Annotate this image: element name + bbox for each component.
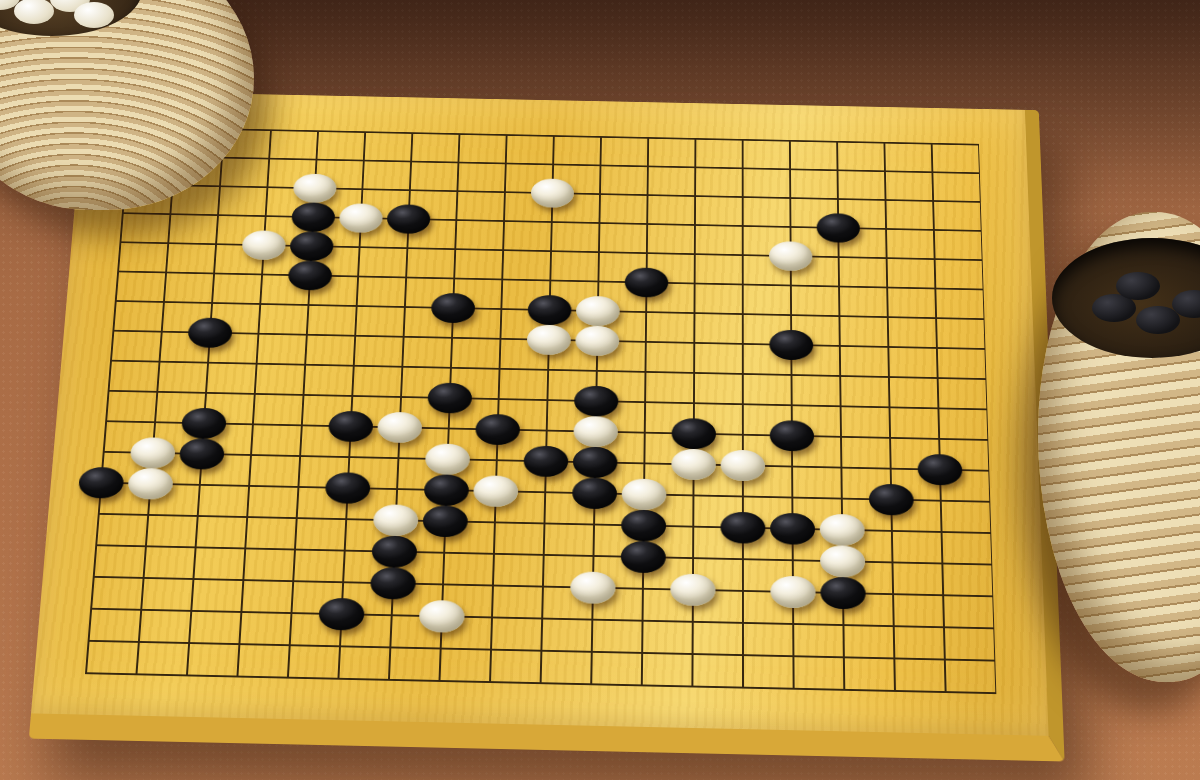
- board-cell[interactable]: [180, 377, 231, 408]
- board-cell[interactable]: [575, 179, 623, 209]
- board-cell[interactable]: [717, 638, 768, 671]
- board-cell[interactable]: [160, 659, 213, 693]
- board-cell[interactable]: [426, 352, 476, 383]
- board-cell[interactable]: [814, 213, 862, 243]
- board-cell[interactable]: [134, 346, 185, 377]
- board-cell[interactable]: [816, 452, 866, 484]
- board-cell[interactable]: [864, 361, 913, 392]
- white-stone[interactable]: [338, 203, 382, 233]
- board-cell[interactable]: [129, 406, 180, 438]
- board-cell[interactable]: [240, 201, 289, 231]
- board-cell[interactable]: [368, 535, 419, 568]
- board-cell[interactable]: [907, 129, 955, 158]
- black-stone[interactable]: [816, 213, 859, 243]
- board-cell[interactable]: [516, 602, 567, 635]
- board-cell[interactable]: [766, 241, 814, 271]
- board-cell[interactable]: [473, 383, 523, 414]
- board-cell[interactable]: [285, 260, 335, 290]
- board-cell[interactable]: [435, 119, 483, 148]
- board-cell[interactable]: [908, 157, 956, 187]
- board-cell[interactable]: [77, 436, 129, 468]
- board-cell[interactable]: [767, 544, 817, 577]
- black-stone[interactable]: [624, 267, 668, 297]
- board-cell[interactable]: [718, 269, 766, 299]
- white-stone[interactable]: [819, 514, 864, 546]
- white-stone[interactable]: [292, 173, 336, 203]
- board-cell[interactable]: [521, 415, 571, 447]
- board-cell[interactable]: [968, 612, 1019, 645]
- white-stone[interactable]: [526, 324, 570, 355]
- board-cell[interactable]: [669, 388, 718, 419]
- board-cell[interactable]: [619, 447, 669, 479]
- board-cell[interactable]: [620, 417, 669, 449]
- board-cell[interactable]: [114, 593, 166, 626]
- white-stone[interactable]: [530, 178, 574, 208]
- board-cell[interactable]: [814, 242, 862, 272]
- board-cell[interactable]: [430, 234, 479, 264]
- board-cell[interactable]: [568, 540, 618, 573]
- board-cell[interactable]: [136, 316, 187, 347]
- board-cell[interactable]: [237, 259, 287, 289]
- black-stone[interactable]: [369, 567, 415, 600]
- board-cell[interactable]: [767, 481, 817, 513]
- board-cell[interactable]: [518, 539, 569, 572]
- board-cell[interactable]: [623, 180, 671, 210]
- board-cell[interactable]: [909, 186, 957, 216]
- board-cell[interactable]: [331, 291, 381, 322]
- board-cell[interactable]: [617, 604, 668, 637]
- white-stone[interactable]: [621, 478, 666, 510]
- board-cell[interactable]: [520, 476, 570, 508]
- black-stone[interactable]: [427, 382, 472, 413]
- board-cell[interactable]: [464, 665, 516, 699]
- white-stone[interactable]: [769, 241, 812, 271]
- board-cell[interactable]: [381, 262, 430, 292]
- board-cell[interactable]: [119, 530, 171, 563]
- board-cell[interactable]: [211, 660, 263, 694]
- board-cell[interactable]: [229, 378, 280, 409]
- board-cell[interactable]: [85, 345, 136, 376]
- board-cell[interactable]: [969, 644, 1021, 678]
- board-cell[interactable]: [319, 534, 370, 567]
- white-stone[interactable]: [573, 416, 618, 448]
- board-cell[interactable]: [67, 560, 119, 593]
- board-cell[interactable]: [669, 418, 718, 450]
- board-cell[interactable]: [522, 384, 572, 415]
- board-cell[interactable]: [189, 258, 239, 288]
- board-cell[interactable]: [131, 376, 182, 407]
- board-cell[interactable]: [525, 265, 574, 295]
- board-cell[interactable]: [261, 661, 313, 695]
- board-cell[interactable]: [90, 286, 141, 317]
- board-cell[interactable]: [918, 611, 969, 644]
- black-stone[interactable]: [523, 445, 568, 477]
- board-cell[interactable]: [293, 117, 342, 146]
- black-stone[interactable]: [289, 231, 334, 261]
- board-cell[interactable]: [621, 297, 670, 328]
- board-cell[interactable]: [290, 173, 339, 203]
- board-cell[interactable]: [767, 451, 816, 483]
- black-stone[interactable]: [573, 385, 618, 416]
- board-cell[interactable]: [813, 127, 861, 156]
- board-cell[interactable]: [517, 570, 568, 603]
- white-stone[interactable]: [720, 450, 765, 482]
- board-cell[interactable]: [312, 662, 364, 696]
- white-stone[interactable]: [376, 412, 421, 444]
- board-cell[interactable]: [427, 322, 477, 353]
- white-stone[interactable]: [418, 600, 464, 633]
- board-cell[interactable]: [919, 675, 971, 709]
- board-cell[interactable]: [59, 656, 112, 690]
- board-cell[interactable]: [165, 594, 217, 627]
- board-cell[interactable]: [957, 216, 1006, 246]
- board-cell[interactable]: [471, 444, 521, 476]
- board-cell[interactable]: [515, 634, 566, 667]
- board-cell[interactable]: [766, 212, 814, 242]
- board-cell[interactable]: [911, 303, 960, 334]
- board-cell[interactable]: [868, 642, 919, 675]
- board-cell[interactable]: [80, 405, 131, 437]
- black-stone[interactable]: [327, 411, 373, 443]
- board-cell[interactable]: [816, 421, 865, 453]
- white-stone[interactable]: [372, 504, 418, 536]
- board-cell[interactable]: [817, 545, 867, 578]
- board-cell[interactable]: [377, 351, 427, 382]
- board-cell[interactable]: [182, 347, 233, 378]
- board-cell[interactable]: [568, 508, 618, 540]
- board-cell[interactable]: [667, 605, 717, 638]
- black-stone[interactable]: [422, 505, 468, 537]
- board-cell[interactable]: [145, 199, 195, 229]
- board-cell[interactable]: [325, 411, 375, 443]
- board-cell[interactable]: [863, 302, 912, 333]
- board-cell[interactable]: [667, 637, 718, 670]
- board-cell[interactable]: [912, 362, 962, 393]
- board-cell[interactable]: [963, 424, 1013, 456]
- board-cell[interactable]: [910, 273, 959, 304]
- board-cell[interactable]: [768, 640, 819, 673]
- board-cell[interactable]: [671, 181, 719, 211]
- board-cell[interactable]: [95, 227, 145, 257]
- board-cell[interactable]: [909, 215, 958, 245]
- board-cell[interactable]: [378, 321, 428, 352]
- board-cell[interactable]: [373, 442, 423, 474]
- board-cell[interactable]: [169, 531, 221, 564]
- board-cell[interactable]: [221, 501, 272, 533]
- board-cell[interactable]: [914, 454, 964, 486]
- black-stone[interactable]: [187, 317, 233, 348]
- board-cell[interactable]: [476, 294, 525, 325]
- board-cell[interactable]: [622, 238, 670, 268]
- white-stone[interactable]: [127, 468, 174, 500]
- board-cell[interactable]: [191, 229, 241, 259]
- black-stone[interactable]: [527, 295, 571, 326]
- board-cell[interactable]: [424, 382, 474, 413]
- board-cell[interactable]: [322, 472, 373, 504]
- black-stone[interactable]: [291, 202, 336, 232]
- board-cell[interactable]: [269, 533, 320, 566]
- white-stone[interactable]: [129, 437, 176, 469]
- board-cell[interactable]: [413, 664, 465, 698]
- board-cell[interactable]: [227, 409, 278, 441]
- board-cell[interactable]: [317, 566, 368, 599]
- board-cell[interactable]: [767, 359, 816, 390]
- board-cell[interactable]: [868, 610, 919, 643]
- board-cell[interactable]: [718, 154, 765, 184]
- black-stone[interactable]: [868, 484, 913, 516]
- black-stone[interactable]: [287, 260, 332, 290]
- board-cell[interactable]: [954, 130, 1002, 159]
- board-cell[interactable]: [768, 672, 819, 706]
- black-stone[interactable]: [423, 474, 469, 506]
- board-cell[interactable]: [766, 270, 814, 300]
- board-cell[interactable]: [817, 577, 867, 610]
- board-cell[interactable]: [718, 450, 767, 482]
- board-cell[interactable]: [417, 568, 468, 601]
- board-cell[interactable]: [479, 206, 528, 236]
- board-cell[interactable]: [466, 601, 517, 634]
- board-cell[interactable]: [912, 333, 961, 364]
- board-cell[interactable]: [616, 669, 667, 703]
- board-cell[interactable]: [767, 576, 817, 609]
- board-cell[interactable]: [861, 185, 909, 215]
- board-cell[interactable]: [671, 153, 719, 183]
- board-cell[interactable]: [956, 187, 1005, 217]
- board-cell[interactable]: [283, 290, 333, 321]
- board-cell[interactable]: [386, 147, 435, 177]
- board-cell[interactable]: [323, 441, 374, 473]
- board-cell[interactable]: [330, 320, 380, 351]
- board-cell[interactable]: [668, 449, 717, 481]
- board-cell[interactable]: [235, 289, 285, 320]
- board-cell[interactable]: [143, 228, 193, 258]
- board-cell[interactable]: [617, 572, 667, 605]
- board-cell[interactable]: [433, 176, 482, 206]
- board-cell[interactable]: [184, 317, 234, 348]
- board-cell[interactable]: [431, 205, 480, 235]
- board-cell[interactable]: [671, 124, 718, 153]
- board-cell[interactable]: [263, 629, 315, 662]
- board-cell[interactable]: [570, 446, 620, 478]
- board-cell[interactable]: [910, 244, 959, 274]
- board-cell[interactable]: [766, 126, 813, 155]
- board-cell[interactable]: [618, 509, 668, 541]
- board-cell[interactable]: [429, 263, 478, 293]
- board-cell[interactable]: [382, 233, 431, 263]
- board-cell[interactable]: [475, 323, 524, 354]
- board-cell[interactable]: [213, 627, 265, 660]
- board-cell[interactable]: [861, 214, 909, 244]
- board-cell[interactable]: [422, 443, 472, 475]
- board-cell[interactable]: [669, 327, 718, 358]
- board-cell[interactable]: [718, 389, 767, 420]
- board-cell[interactable]: [718, 240, 766, 270]
- board-cell[interactable]: [72, 498, 124, 530]
- board-cell[interactable]: [717, 671, 768, 705]
- board-cell[interactable]: [423, 413, 473, 445]
- board-cell[interactable]: [83, 375, 134, 406]
- board-cell[interactable]: [818, 608, 869, 641]
- white-stone[interactable]: [770, 576, 815, 609]
- board-cell[interactable]: [246, 116, 295, 145]
- board-cell[interactable]: [815, 330, 864, 361]
- board-cell[interactable]: [141, 257, 191, 287]
- board-cell[interactable]: [480, 177, 528, 207]
- board-cell[interactable]: [416, 600, 467, 633]
- black-stone[interactable]: [621, 509, 666, 541]
- board-cell[interactable]: [565, 667, 616, 701]
- board-cell[interactable]: [914, 423, 964, 455]
- board-cell[interactable]: [315, 598, 367, 631]
- board-cell[interactable]: [965, 486, 1015, 518]
- board-cell[interactable]: [818, 641, 869, 674]
- board-cell[interactable]: [668, 479, 718, 511]
- board-cell[interactable]: [327, 380, 377, 411]
- board-cell[interactable]: [365, 599, 417, 632]
- board-cell[interactable]: [334, 232, 383, 262]
- white-stone[interactable]: [575, 296, 619, 327]
- board-cell[interactable]: [718, 299, 766, 330]
- board-cell[interactable]: [571, 385, 620, 416]
- board-cell[interactable]: [866, 515, 916, 547]
- board-cell[interactable]: [371, 473, 422, 505]
- board-cell[interactable]: [915, 485, 965, 517]
- board-cell[interactable]: [186, 288, 236, 319]
- black-stone[interactable]: [77, 467, 124, 499]
- board-cell[interactable]: [333, 261, 382, 291]
- board-cell[interactable]: [862, 272, 911, 303]
- board-cell[interactable]: [528, 178, 576, 208]
- board-cell[interactable]: [370, 504, 421, 536]
- board-cell[interactable]: [624, 123, 672, 152]
- board-cell[interactable]: [419, 505, 470, 537]
- board-cell[interactable]: [223, 470, 274, 502]
- board-cell[interactable]: [768, 607, 818, 640]
- board-cell[interactable]: [866, 484, 916, 516]
- board-cell[interactable]: [666, 670, 717, 704]
- board-cell[interactable]: [574, 266, 623, 296]
- black-stone[interactable]: [180, 408, 226, 439]
- board-cell[interactable]: [619, 478, 669, 510]
- board-cell[interactable]: [281, 319, 331, 350]
- board-cell[interactable]: [336, 203, 385, 233]
- black-stone[interactable]: [572, 446, 617, 478]
- board-cell[interactable]: [242, 172, 291, 202]
- board-cell[interactable]: [865, 453, 915, 485]
- board-cell[interactable]: [917, 547, 968, 580]
- black-stone[interactable]: [475, 414, 520, 446]
- board-cell[interactable]: [814, 271, 863, 301]
- board-cell[interactable]: [339, 146, 388, 176]
- white-stone[interactable]: [670, 573, 715, 606]
- board-cell[interactable]: [176, 438, 227, 470]
- board-cell[interactable]: [470, 475, 520, 507]
- board-cell[interactable]: [380, 292, 429, 323]
- board-cell[interactable]: [465, 633, 516, 666]
- board-cell[interactable]: [622, 267, 670, 297]
- black-stone[interactable]: [769, 330, 813, 361]
- board-cell[interactable]: [286, 231, 335, 261]
- white-stone[interactable]: [575, 325, 619, 356]
- board-cell[interactable]: [961, 363, 1011, 394]
- board-cell[interactable]: [965, 517, 1016, 549]
- black-stone[interactable]: [324, 472, 370, 504]
- board-cell[interactable]: [364, 631, 416, 664]
- board-cell[interactable]: [718, 182, 766, 212]
- board-cell[interactable]: [620, 386, 669, 417]
- board-cell[interactable]: [193, 200, 243, 230]
- board-cell[interactable]: [766, 183, 814, 213]
- board-cell[interactable]: [384, 204, 433, 234]
- board-cell[interactable]: [668, 510, 718, 542]
- board-cell[interactable]: [964, 455, 1014, 487]
- board-cell[interactable]: [274, 440, 325, 472]
- board-cell[interactable]: [414, 632, 466, 665]
- board-cell[interactable]: [959, 304, 1008, 335]
- board-cell[interactable]: [421, 474, 472, 506]
- board-cell[interactable]: [428, 293, 477, 324]
- board-cell[interactable]: [362, 663, 414, 697]
- board-cell[interactable]: [813, 184, 861, 214]
- board-cell[interactable]: [292, 145, 341, 175]
- board-cell[interactable]: [217, 564, 269, 597]
- black-stone[interactable]: [720, 512, 765, 544]
- board-cell[interactable]: [670, 210, 718, 240]
- black-stone[interactable]: [820, 577, 866, 610]
- board-cell[interactable]: [474, 353, 524, 384]
- white-stone[interactable]: [241, 230, 286, 260]
- board-cell[interactable]: [813, 156, 861, 186]
- board-cell[interactable]: [174, 469, 225, 501]
- black-stone[interactable]: [371, 535, 417, 568]
- board-cell[interactable]: [718, 419, 767, 451]
- board-cell[interactable]: [767, 420, 816, 452]
- board-cell[interactable]: [272, 471, 323, 503]
- board-cell[interactable]: [717, 574, 767, 607]
- board-cell[interactable]: [618, 541, 668, 574]
- board-cell[interactable]: [815, 301, 864, 332]
- board-cell[interactable]: [862, 243, 911, 273]
- black-stone[interactable]: [770, 513, 815, 545]
- black-stone[interactable]: [386, 204, 430, 234]
- board-cell[interactable]: [574, 237, 622, 267]
- board-cell[interactable]: [718, 358, 767, 389]
- black-stone[interactable]: [318, 598, 365, 631]
- board-cell[interactable]: [520, 445, 570, 477]
- board-cell[interactable]: [385, 175, 434, 205]
- board-cell[interactable]: [620, 356, 669, 387]
- board-cell[interactable]: [340, 117, 389, 146]
- board-cell[interactable]: [572, 355, 621, 386]
- white-stone[interactable]: [570, 571, 616, 604]
- board-cell[interactable]: [718, 328, 767, 359]
- board-cell[interactable]: [670, 298, 718, 329]
- board-cell[interactable]: [122, 499, 174, 531]
- board-cell[interactable]: [576, 151, 624, 181]
- board-cell[interactable]: [959, 274, 1008, 305]
- board-cell[interactable]: [124, 468, 176, 500]
- board-cell[interactable]: [670, 239, 718, 269]
- board-cell[interactable]: [719, 125, 766, 154]
- board-cell[interactable]: [167, 563, 219, 596]
- board-cell[interactable]: [288, 202, 337, 232]
- board-cell[interactable]: [138, 287, 188, 318]
- board-cell[interactable]: [624, 152, 672, 182]
- board-cell[interactable]: [519, 507, 569, 539]
- board-cell[interactable]: [621, 326, 670, 357]
- board-cell[interactable]: [717, 543, 767, 576]
- board-cell[interactable]: [815, 360, 864, 391]
